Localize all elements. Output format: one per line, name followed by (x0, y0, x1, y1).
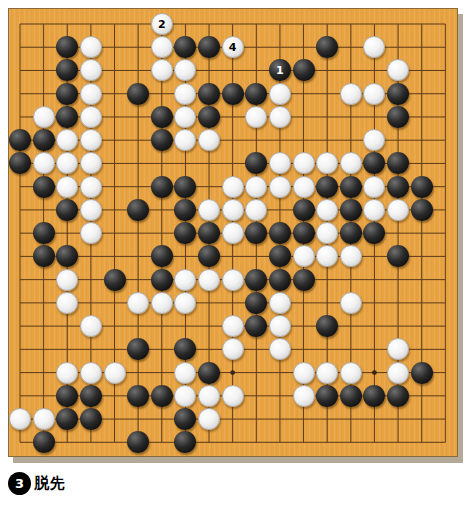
black-stone (387, 83, 409, 105)
black-stone (411, 199, 433, 221)
white-stone (80, 83, 102, 105)
black-stone (387, 385, 409, 407)
white-stone (269, 315, 291, 337)
black-stone (151, 245, 173, 267)
black-stone (33, 431, 55, 453)
white-stone (80, 199, 102, 221)
white-stone (56, 362, 78, 384)
black-stone (56, 83, 78, 105)
white-stone (56, 292, 78, 314)
black-stone (33, 176, 55, 198)
white-stone (198, 385, 220, 407)
black-stone (151, 176, 173, 198)
white-stone (269, 292, 291, 314)
black-stone (151, 106, 173, 128)
black-stone (151, 385, 173, 407)
black-stone (245, 83, 267, 105)
black-stone (293, 269, 315, 291)
white-stone (222, 315, 244, 337)
black-stone (411, 362, 433, 384)
white-stone (127, 292, 149, 314)
black-stone (293, 199, 315, 221)
white-stone (363, 83, 385, 105)
white-stone (80, 222, 102, 244)
white-stone (269, 83, 291, 105)
black-stone (174, 176, 196, 198)
black-stone (293, 59, 315, 81)
white-stone (33, 152, 55, 174)
white-stone (222, 269, 244, 291)
white-stone (222, 199, 244, 221)
white-stone (222, 222, 244, 244)
black-stone (104, 269, 126, 291)
black-stone (33, 222, 55, 244)
black-stone (56, 199, 78, 221)
white-stone (33, 408, 55, 430)
black-stone (80, 385, 102, 407)
black-stone (151, 129, 173, 151)
black-stone-3-icon: 3 (8, 472, 31, 495)
black-stone (56, 385, 78, 407)
white-stone (269, 176, 291, 198)
white-stone (316, 362, 338, 384)
black-stone (269, 269, 291, 291)
white-stone (80, 362, 102, 384)
black-stone (80, 408, 102, 430)
black-stone (316, 176, 338, 198)
caption-text: 脱先 (34, 474, 66, 493)
white-stone (387, 199, 409, 221)
black-stone (269, 222, 291, 244)
black-stone (293, 222, 315, 244)
black-stone (340, 222, 362, 244)
white-stone-move-2: 2 (151, 13, 173, 35)
black-stone (340, 385, 362, 407)
black-stone (340, 176, 362, 198)
white-stone (293, 152, 315, 174)
black-stone (33, 245, 55, 267)
black-stone (245, 292, 267, 314)
white-stone (33, 106, 55, 128)
white-stone (174, 362, 196, 384)
white-stone (293, 245, 315, 267)
white-stone (387, 362, 409, 384)
white-stone (80, 176, 102, 198)
white-stone (151, 292, 173, 314)
white-stone (340, 83, 362, 105)
white-stone (222, 176, 244, 198)
black-stone (198, 106, 220, 128)
white-stone (222, 385, 244, 407)
white-stone (293, 385, 315, 407)
white-stone (340, 292, 362, 314)
black-stone (340, 199, 362, 221)
move-caption: 3 脱先 (8, 470, 66, 496)
go-board[interactable]: 241 (8, 8, 458, 457)
black-stone (387, 176, 409, 198)
black-stone (222, 83, 244, 105)
black-stone (127, 199, 149, 221)
black-stone (127, 385, 149, 407)
black-stone (316, 385, 338, 407)
white-stone (198, 408, 220, 430)
black-stone (387, 106, 409, 128)
black-stone (127, 83, 149, 105)
white-stone (269, 106, 291, 128)
white-stone (363, 176, 385, 198)
white-stone (9, 408, 31, 430)
white-stone (316, 199, 338, 221)
white-stone-move-4: 4 (222, 36, 244, 58)
white-stone (56, 269, 78, 291)
white-stone (104, 362, 126, 384)
white-stone (174, 269, 196, 291)
white-stone (80, 106, 102, 128)
white-stone (245, 176, 267, 198)
black-stone (198, 83, 220, 105)
white-stone (222, 338, 244, 360)
black-stone (198, 362, 220, 384)
black-stone (33, 129, 55, 151)
white-stone (293, 176, 315, 198)
white-stone (198, 199, 220, 221)
black-stone (245, 269, 267, 291)
white-stone (293, 362, 315, 384)
black-stone (151, 269, 173, 291)
white-stone (151, 36, 173, 58)
white-stone (80, 129, 102, 151)
white-stone (80, 315, 102, 337)
white-stone (56, 176, 78, 198)
white-stone (198, 269, 220, 291)
black-stone (411, 176, 433, 198)
caption-stone-number: 3 (15, 476, 24, 491)
white-stone (80, 36, 102, 58)
white-stone (174, 83, 196, 105)
white-stone (340, 362, 362, 384)
